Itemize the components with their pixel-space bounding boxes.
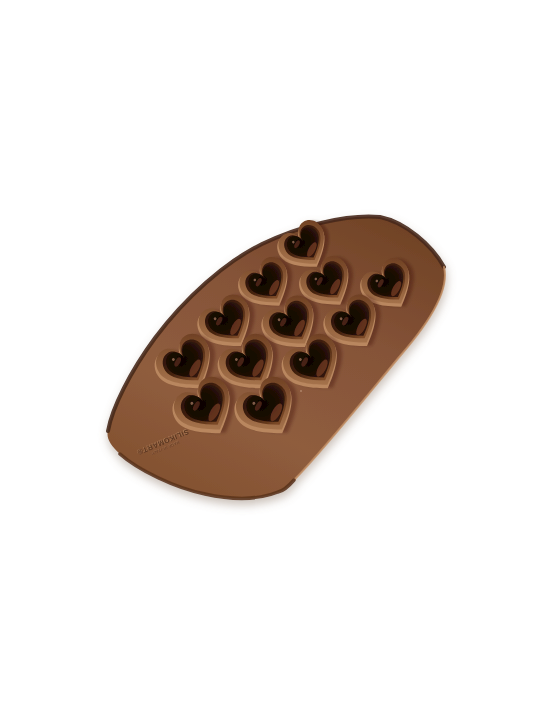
mold: SILIKOMART® SILIKOMART® MADE IN ITALY MA… [108, 213, 445, 498]
chocolate-mold-illustration: SILIKOMART® SILIKOMART® MADE IN ITALY MA… [0, 0, 540, 720]
product-photo: SILIKOMART® SILIKOMART® MADE IN ITALY MA… [0, 0, 540, 720]
surface-speck [300, 390, 302, 392]
